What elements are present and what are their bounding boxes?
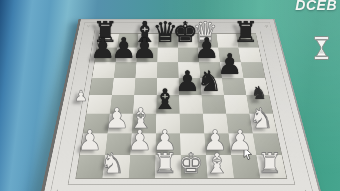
square-a5[interactable] (89, 78, 113, 95)
game-screen: » » » » ♜♝♛♚♛♜♟♟♟♟♟♟♞♝♟♝♞♟♟♟♟♟♞♜♚♝♜ ♟ ♞ … (0, 0, 340, 191)
black-rook-h8[interactable]: ♜ (233, 20, 259, 49)
white-rook-h1[interactable]: ♜ (257, 150, 282, 178)
white-pawn-b3[interactable]: ♟ (104, 105, 129, 133)
white-rook-d1[interactable]: ♜ (152, 150, 177, 178)
square-f4[interactable] (202, 95, 227, 113)
white-bishop-f1[interactable]: ♝ (205, 150, 230, 178)
white-knight-b1[interactable]: ♞ (100, 150, 125, 178)
white-pawn-c2[interactable]: ♟ (127, 126, 152, 154)
square-g4[interactable] (224, 95, 249, 113)
square-e3[interactable] (180, 114, 205, 134)
watermark-logo: DCEB (295, 0, 337, 13)
hourglass-icon (314, 36, 329, 64)
square-b6[interactable] (114, 62, 137, 78)
square-a6[interactable] (92, 62, 115, 78)
captured-black-knight: ♞ (251, 84, 267, 102)
white-pawn-a2[interactable]: ♟ (77, 126, 102, 154)
black-pawn-f7[interactable]: ♟ (194, 35, 220, 63)
black-knight-f5[interactable]: ♞ (197, 67, 222, 95)
square-e4[interactable] (179, 95, 203, 113)
square-g5[interactable] (222, 78, 246, 95)
white-pawn-g2[interactable]: ♟ (228, 126, 253, 154)
black-pawn-c7[interactable]: ♟ (132, 35, 158, 63)
square-b5[interactable] (112, 78, 136, 95)
black-bishop-d4[interactable]: ♝ (152, 86, 177, 114)
square-c6[interactable] (135, 62, 157, 78)
square-h6[interactable] (241, 62, 265, 78)
captured-white-pawn: ♟ (74, 89, 87, 104)
white-king-e1[interactable]: ♚ (178, 150, 203, 178)
